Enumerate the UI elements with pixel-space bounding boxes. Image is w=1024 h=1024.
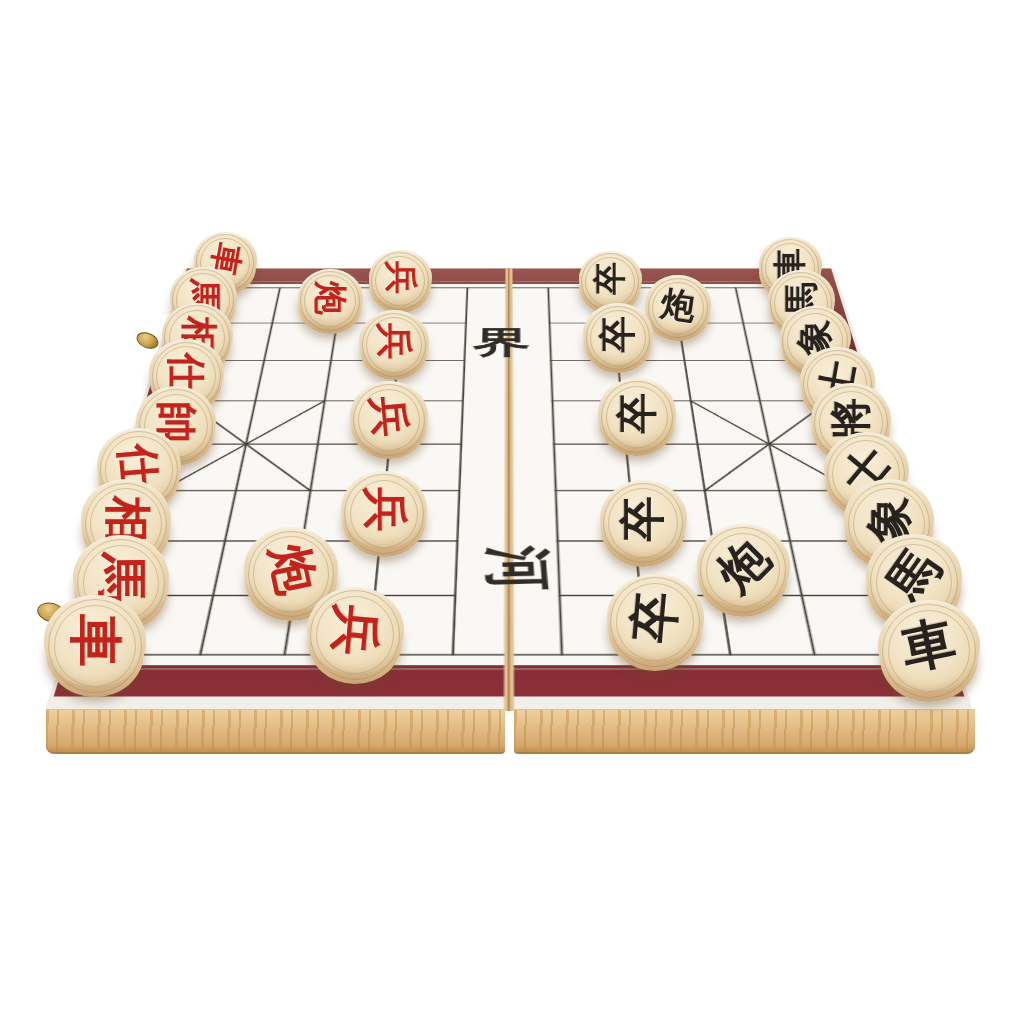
piece-character: 車 [68, 614, 121, 667]
piece-character: 卒 [617, 393, 658, 434]
product-photo-stage: 界 河 車馬相仕帥仕相馬車炮炮兵兵兵兵兵卒卒卒卒卒炮炮車馬象士將士象馬車 [0, 0, 1024, 1024]
piece-black-soldier[interactable]: 卒 [607, 574, 704, 671]
piece-black-soldier[interactable]: 卒 [600, 480, 687, 567]
piece-top-face: 兵 [369, 250, 432, 307]
piece-black-soldier[interactable]: 卒 [598, 378, 676, 456]
piece-top-face: 炮 [298, 269, 363, 328]
piece-character: 卒 [620, 496, 665, 541]
piece-red-soldier[interactable]: 兵 [359, 310, 429, 380]
piece-red-soldier[interactable]: 兵 [350, 381, 428, 459]
piece-top-face: 兵 [350, 381, 428, 451]
piece-red-soldier[interactable]: 兵 [307, 587, 404, 684]
piece-character: 車 [898, 614, 961, 677]
piece-top-face: 兵 [307, 587, 404, 674]
piece-character: 卒 [628, 590, 683, 645]
piece-top-face: 卒 [579, 251, 642, 308]
piece-top-face: 卒 [583, 303, 653, 366]
piece-top-face: 卒 [607, 574, 704, 661]
piece-black-soldier[interactable]: 卒 [583, 303, 653, 373]
piece-character: 卒 [600, 316, 636, 352]
piece-black-chariot[interactable]: 車 [878, 600, 980, 702]
piece-black-cannon[interactable]: 炮 [645, 275, 711, 341]
piece-top-face: 兵 [341, 471, 427, 548]
piece-character: 炮 [313, 281, 347, 315]
piece-top-face: 炮 [645, 275, 711, 334]
piece-red-cannon[interactable]: 炮 [298, 269, 363, 334]
piece-top-face: 兵 [359, 310, 429, 373]
piece-character: 兵 [384, 261, 417, 294]
piece-black-cannon[interactable]: 炮 [697, 524, 790, 617]
piece-character: 炮 [709, 531, 777, 599]
piece-character: 兵 [362, 487, 407, 532]
pieces-layer: 車馬相仕帥仕相馬車炮炮兵兵兵兵兵卒卒卒卒卒炮炮車馬象士將士象馬車 [0, 0, 1024, 1024]
piece-red-soldier[interactable]: 兵 [341, 471, 427, 557]
piece-character: 兵 [328, 603, 383, 658]
piece-top-face: 車 [878, 600, 980, 692]
piece-top-face: 車 [44, 595, 146, 687]
piece-character: 卒 [594, 262, 627, 295]
piece-character: 兵 [367, 394, 411, 438]
piece-red-chariot[interactable]: 車 [44, 595, 146, 697]
piece-top-face: 卒 [598, 378, 676, 448]
piece-character: 兵 [376, 323, 412, 359]
piece-top-face: 炮 [697, 524, 790, 608]
piece-red-soldier[interactable]: 兵 [369, 250, 432, 313]
piece-character: 炮 [659, 285, 698, 324]
piece-top-face: 卒 [600, 480, 687, 558]
